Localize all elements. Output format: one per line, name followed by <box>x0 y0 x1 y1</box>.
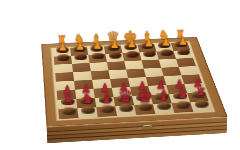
chess-board: ♜♞♝♛♚♝♞♜♟♟♟♟♟♟♟♟♟♟♟♟♟♟♟♟♜♞♝♛♚♝♞♜ <box>41 37 227 127</box>
scene: ♜♞♝♛♚♝♞♜♟♟♟♟♟♟♟♟♟♟♟♟♟♟♟♟♜♞♝♛♚♝♞♜ <box>0 0 240 150</box>
chess-box: ♜♞♝♛♚♝♞♜♟♟♟♟♟♟♟♟♟♟♟♟♟♟♟♟♜♞♝♛♚♝♞♜ <box>41 37 227 127</box>
brass-clasp <box>143 125 152 131</box>
pieces-layer: ♜♞♝♛♚♝♞♜♟♟♟♟♟♟♟♟♟♟♟♟♟♟♟♟♜♞♝♛♚♝♞♜ <box>41 37 227 127</box>
photo-background: ♜♞♝♛♚♝♞♜♟♟♟♟♟♟♟♟♟♟♟♟♟♟♟♟♜♞♝♛♚♝♞♜ <box>0 0 240 150</box>
chess-piece-glyph: ♜ <box>57 88 81 112</box>
chess-piece-glyph: ♟ <box>52 37 73 58</box>
